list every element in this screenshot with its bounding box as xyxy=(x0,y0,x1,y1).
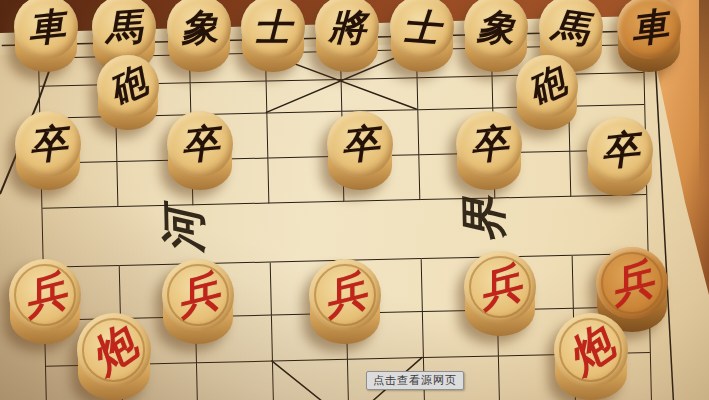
piece-black-cannon-f8r3[interactable]: 砲 xyxy=(516,55,578,130)
piece-glyph-cannon: 炮 xyxy=(84,320,144,380)
piece-red-cannon-f8r8[interactable]: 炮 xyxy=(554,313,628,400)
piece-black-cannon-f2r3[interactable]: 砲 xyxy=(97,55,159,130)
piece-top-face: 馬 xyxy=(539,0,603,59)
piece-glyph-soldier: 兵 xyxy=(173,270,224,321)
piece-black-soldier-f1r4[interactable]: 卒 xyxy=(15,111,81,190)
piece-glyph-elephant: 象 xyxy=(180,8,218,46)
piece-glyph-elephant: 象 xyxy=(476,7,517,48)
piece-glyph-soldier: 兵 xyxy=(475,262,526,313)
piece-top-face: 炮 xyxy=(554,313,628,387)
piece-glyph-soldier: 卒 xyxy=(27,123,69,165)
piece-red-soldier-f1r7[interactable]: 兵 xyxy=(9,259,81,344)
piece-black-advisor-f4r1[interactable]: 士 xyxy=(241,0,305,72)
piece-glyph-chariot: 車 xyxy=(26,7,67,48)
piece-top-face: 卒 xyxy=(167,111,233,177)
piece-top-face: 兵 xyxy=(9,259,81,331)
piece-glyph-soldier: 兵 xyxy=(20,270,71,321)
piece-glyph-soldier: 兵 xyxy=(320,270,371,321)
piece-red-cannon-f2r8[interactable]: 炮 xyxy=(77,313,151,400)
piece-glyph-cannon: 砲 xyxy=(104,62,152,110)
piece-top-face: 砲 xyxy=(516,55,578,117)
piece-red-soldier-f7r7[interactable]: 兵 xyxy=(464,251,536,336)
piece-black-soldier-f9r4[interactable]: 卒 xyxy=(587,117,653,196)
piece-glyph-soldier: 卒 xyxy=(599,129,641,171)
piece-top-face: 卒 xyxy=(15,111,81,177)
piece-black-soldier-f3r4[interactable]: 卒 xyxy=(167,111,233,190)
piece-black-chariot-f1r1[interactable]: 車 xyxy=(14,0,78,72)
river-inscription-left: 河 xyxy=(159,207,206,254)
piece-top-face: 卒 xyxy=(587,117,653,183)
piece-top-face: 士 xyxy=(390,0,454,59)
photo-scene: 河 界 車馬象士將士象馬車砲砲卒卒卒卒卒兵兵兵兵兵炮炮 点击查看源网页 xyxy=(0,0,709,400)
piece-top-face: 兵 xyxy=(596,247,668,319)
piece-black-elephant-f3r1[interactable]: 象 xyxy=(167,0,231,72)
piece-glyph-soldier: 兵 xyxy=(607,258,658,309)
piece-black-soldier-f7r4[interactable]: 卒 xyxy=(456,111,522,190)
piece-top-face: 砲 xyxy=(97,55,159,117)
piece-red-soldier-f5r7[interactable]: 兵 xyxy=(309,259,381,344)
piece-black-chariot-f9r1[interactable]: 車 xyxy=(617,0,681,72)
piece-top-face: 炮 xyxy=(77,313,151,387)
river-inscription-right: 界 xyxy=(460,196,507,243)
piece-black-soldier-f5r4[interactable]: 卒 xyxy=(327,111,393,190)
piece-top-face: 卒 xyxy=(327,111,393,177)
piece-top-face: 兵 xyxy=(309,259,381,331)
piece-top-face: 卒 xyxy=(456,111,522,177)
piece-glyph-advisor: 士 xyxy=(402,7,441,46)
piece-top-face: 兵 xyxy=(162,259,234,331)
piece-glyph-chariot: 車 xyxy=(628,6,669,47)
piece-black-advisor-f6r1[interactable]: 士 xyxy=(390,0,454,72)
piece-glyph-horse: 馬 xyxy=(104,7,143,46)
piece-red-soldier-f3r7[interactable]: 兵 xyxy=(162,259,234,344)
caption-badge[interactable]: 点击查看源网页 xyxy=(366,371,464,390)
piece-glyph-soldier: 卒 xyxy=(179,123,221,165)
piece-glyph-cannon: 砲 xyxy=(523,62,571,110)
piece-glyph-soldier: 卒 xyxy=(468,123,510,165)
piece-glyph-advisor: 士 xyxy=(254,9,291,46)
piece-glyph-general: 將 xyxy=(328,8,366,46)
piece-glyph-cannon: 炮 xyxy=(561,320,621,380)
piece-top-face: 士 xyxy=(241,0,305,59)
piece-top-face: 兵 xyxy=(464,251,536,323)
piece-glyph-soldier: 卒 xyxy=(339,123,381,165)
piece-top-face: 馬 xyxy=(92,0,156,59)
piece-black-general-f5r1[interactable]: 將 xyxy=(315,0,379,72)
piece-glyph-horse: 馬 xyxy=(550,6,592,48)
